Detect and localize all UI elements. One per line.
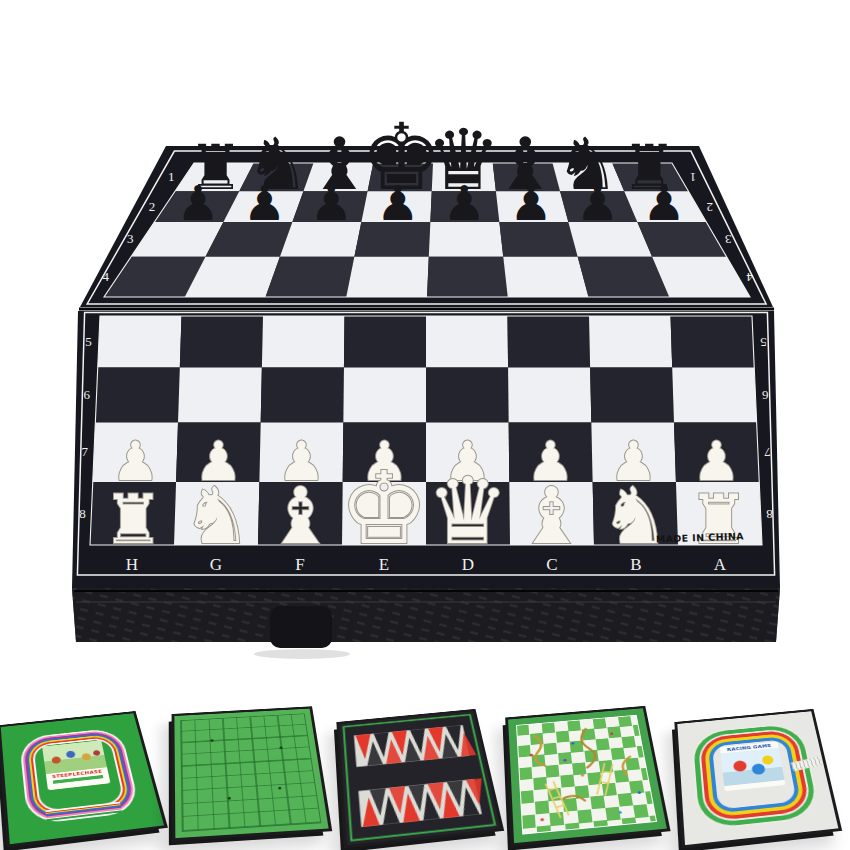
- square-h6[interactable]: [95, 368, 179, 423]
- product-photo: 1122334455667788HGFEDCBA ♜♞♝♛♚♝♞♜♟♟♟♟♟♟♟…: [0, 0, 850, 850]
- racing-game-face: RACING GAME: [674, 709, 842, 848]
- piece-black-pawn-h2[interactable]: ♟: [177, 175, 220, 231]
- piece-white-rook-a8[interactable]: ♜: [688, 480, 749, 559]
- rank-label-left-5: 5: [85, 334, 92, 349]
- racing-riders-picture: [721, 748, 785, 786]
- piece-black-pawn-b2[interactable]: ♟: [576, 175, 619, 231]
- square-e6[interactable]: [343, 368, 426, 423]
- square-a6[interactable]: [672, 368, 756, 423]
- square-c5[interactable]: [508, 316, 591, 368]
- piece-black-pawn-a2[interactable]: ♟: [643, 175, 686, 231]
- square-g6[interactable]: [178, 368, 262, 423]
- case-clasp-handle[interactable]: [270, 606, 332, 648]
- square-h5[interactable]: [98, 316, 182, 368]
- square-b5[interactable]: [589, 316, 672, 368]
- draughts-board: [172, 694, 322, 844]
- backgammon-points-graphic: [339, 711, 500, 845]
- square-e5[interactable]: [344, 316, 426, 368]
- grid-dot: [211, 739, 214, 742]
- piece-white-queen-d8[interactable]: ♛: [427, 458, 509, 565]
- piece-black-pawn-g2[interactable]: ♟: [243, 175, 286, 231]
- steeplechase-board: STEEPLECHASE: [2, 698, 152, 848]
- piece-black-pawn-e2[interactable]: ♟: [376, 175, 419, 231]
- rank-label-right-2: 2: [706, 200, 713, 215]
- piece-white-bishop-f8[interactable]: ♝: [266, 471, 336, 561]
- square-d5[interactable]: [426, 316, 508, 368]
- rank-label-left-8: 8: [79, 506, 86, 521]
- steeplechase-face: STEEPLECHASE: [0, 711, 168, 847]
- square-d6[interactable]: [426, 368, 509, 423]
- draughts-grid: [180, 713, 321, 832]
- racing-center-panel: RACING GAME: [720, 742, 786, 792]
- piece-white-knight-g8[interactable]: ♞: [182, 471, 252, 561]
- rank-label-left-4: 4: [102, 269, 109, 284]
- snakes-ladders-face: [505, 706, 670, 847]
- square-a5[interactable]: [671, 316, 755, 368]
- piece-white-knight-b8[interactable]: ♞: [600, 471, 670, 561]
- rank-label-left-2: 2: [149, 199, 156, 214]
- rank-label-right-5: 5: [760, 335, 767, 350]
- rank-label-left-6: 6: [83, 387, 90, 402]
- snakes-and-ladders-board: [508, 696, 658, 846]
- square-f6[interactable]: [261, 368, 344, 423]
- square-b6[interactable]: [590, 368, 674, 423]
- piece-black-pawn-f2[interactable]: ♟: [310, 175, 353, 231]
- rank-label-left-3: 3: [127, 231, 134, 246]
- rank-label-left-1: 1: [168, 169, 175, 184]
- steeplechase-center-panel: STEEPLECHASE: [42, 740, 110, 790]
- piece-white-king-e8[interactable]: ♚: [339, 450, 429, 567]
- rank-label-right-8: 8: [766, 507, 773, 522]
- snakes-ladders-grid: [516, 715, 657, 835]
- case-front-ribs: [72, 588, 780, 642]
- piece-white-bishop-c8[interactable]: ♝: [517, 471, 587, 561]
- grid-dot: [279, 746, 282, 749]
- racing-game-board: RACING GAME: [678, 698, 828, 848]
- rank-label-right-1: 1: [690, 170, 697, 185]
- backgammon-face: [336, 709, 504, 848]
- piece-black-pawn-c2[interactable]: ♟: [509, 175, 552, 231]
- racing-start-finish-strip: [791, 756, 823, 771]
- clasp-shadow: [254, 649, 350, 659]
- draughts-face: [172, 706, 333, 841]
- rank-label-right-7: 7: [764, 445, 771, 460]
- grid-dot: [278, 787, 281, 790]
- grid-dot: [228, 797, 231, 800]
- square-f5[interactable]: [262, 316, 345, 368]
- piece-white-rook-h8[interactable]: ♜: [103, 480, 164, 559]
- rank-label-right-3: 3: [725, 232, 732, 247]
- snakes-ladders-art: [516, 715, 657, 835]
- square-c6[interactable]: [508, 368, 591, 423]
- square-g5[interactable]: [180, 316, 263, 368]
- rank-label-right-4: 4: [746, 270, 753, 285]
- rank-label-right-6: 6: [762, 388, 769, 403]
- piece-black-pawn-d2[interactable]: ♟: [443, 175, 486, 231]
- mini-boards-row: STEEPLECHASE: [0, 688, 850, 850]
- rank-label-left-7: 7: [81, 444, 88, 459]
- backgammon-board: [340, 698, 490, 848]
